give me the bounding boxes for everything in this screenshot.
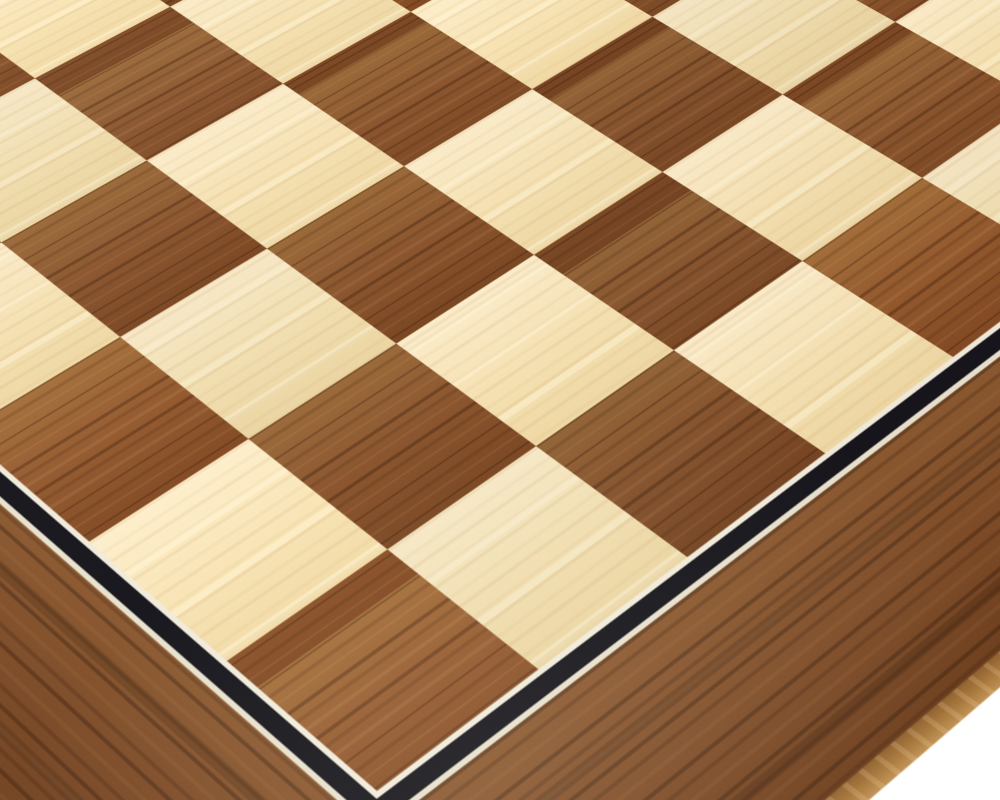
chess-board [0, 0, 1000, 800]
photo-backdrop [0, 0, 1000, 800]
